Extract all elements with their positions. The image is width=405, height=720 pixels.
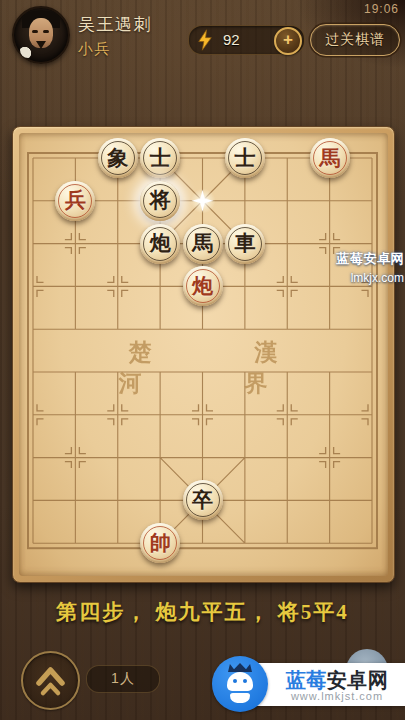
piece-black-炮-c3r2[interactable]: 炮 — [140, 224, 180, 264]
collapse-panel-button[interactable] — [21, 651, 80, 710]
piece-glyph: 将 — [150, 190, 171, 211]
chevron-up-icon — [23, 653, 78, 708]
watermark-middle: 蓝莓安卓网 lmkjx.com — [337, 249, 405, 287]
move-instruction-text: 第四步， 炮九平五， 将5平4 — [0, 598, 405, 626]
energy-value: 92 — [223, 31, 240, 48]
kifu-button[interactable]: 过关棋谱 — [310, 24, 400, 56]
mission-subtitle: 小兵 — [78, 40, 152, 59]
title-block: 吴王遇刺 小兵 — [78, 13, 152, 59]
logo-eye — [233, 679, 237, 683]
logo-body — [230, 693, 250, 703]
piece-black-車-c5r2[interactable]: 車 — [225, 224, 265, 264]
piece-glyph: 炮 — [150, 233, 171, 254]
piece-glyph: 士 — [150, 148, 171, 169]
piece-glyph: 車 — [234, 233, 255, 254]
piece-glyph: 士 — [234, 148, 255, 169]
river-text-left: 楚河 — [92, 337, 188, 399]
piece-glyph: 馬 — [192, 233, 213, 254]
piece-red-馬-c7r0[interactable]: 馬 — [310, 138, 350, 178]
logo-eye — [243, 679, 247, 683]
watermark-bottom: 蓝莓安卓网 www.lmkjst.com — [215, 663, 405, 706]
logo-head — [227, 672, 253, 691]
piece-black-馬-c4r2[interactable]: 馬 — [183, 224, 223, 264]
piece-red-兵-c1r1[interactable]: 兵 — [55, 181, 95, 221]
piece-glyph: 馬 — [319, 148, 340, 169]
lightning-icon — [194, 29, 216, 51]
app-screen: 19:06 吴王遇刺 小兵 92 + 过关棋谱 楚河 漢界 象士士馬兵将炮馬車炮… — [0, 0, 405, 720]
piece-glyph: 兵 — [65, 190, 86, 211]
players-count-badge[interactable]: 1人 — [86, 665, 160, 693]
avatar-collar — [20, 42, 36, 58]
energy-pill: 92 + — [188, 25, 305, 55]
piece-glyph: 炮 — [192, 276, 213, 297]
add-energy-button[interactable]: + — [274, 27, 302, 55]
river-text-right: 漢界 — [218, 337, 314, 399]
avatar-eye — [43, 30, 49, 33]
piece-red-炮-c4r3[interactable]: 炮 — [183, 266, 223, 306]
piece-black-士-c5r0[interactable]: 士 — [225, 138, 265, 178]
piece-black-象-c2r0[interactable]: 象 — [98, 138, 138, 178]
watermark-site-url: www.lmkjst.com — [273, 690, 401, 702]
piece-black-卒-c4r8[interactable]: 卒 — [183, 480, 223, 520]
piece-glyph: 帥 — [150, 533, 171, 554]
mission-title: 吴王遇刺 — [78, 13, 152, 36]
piece-glyph: 卒 — [192, 490, 213, 511]
avatar-eye — [32, 30, 38, 33]
clock-text: 19:06 — [364, 2, 399, 16]
logo-crown — [228, 663, 252, 672]
piece-black-士-c3r0[interactable]: 士 — [140, 138, 180, 178]
blueberry-android-logo-icon — [212, 656, 268, 712]
avatar[interactable] — [12, 6, 70, 64]
piece-black-将-c3r1[interactable]: 将 — [140, 181, 180, 221]
piece-glyph: 象 — [107, 148, 128, 169]
